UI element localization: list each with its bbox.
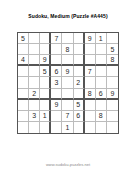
sudoku-cell-r7c3[interactable] <box>40 100 51 111</box>
sudoku-cell-r2c7[interactable] <box>85 44 96 55</box>
sudoku-cell-r2c5[interactable]: 8 <box>62 44 73 55</box>
sudoku-cell-r8c6[interactable]: 6 <box>74 111 85 122</box>
sudoku-cell-r3c7[interactable] <box>85 55 96 66</box>
sudoku-cell-r3c4[interactable] <box>51 55 62 66</box>
sudoku-cell-r3c3[interactable]: 9 <box>40 55 51 66</box>
sudoku-cell-r9c3[interactable] <box>40 122 51 133</box>
sudoku-cell-r3c9[interactable]: 8 <box>107 55 118 66</box>
sudoku-cell-r3c8[interactable] <box>96 55 107 66</box>
sudoku-cell-r9c6[interactable] <box>74 122 85 133</box>
puzzle-title: Sudoku, Medium (Puzzle #A445) <box>0 13 136 19</box>
sudoku-cell-r6c6[interactable] <box>74 89 85 100</box>
sudoku-cell-r6c4[interactable] <box>51 89 62 100</box>
sudoku-cell-r1c2[interactable] <box>29 33 40 44</box>
sudoku-cell-r3c1[interactable]: 4 <box>18 55 29 66</box>
sudoku-cell-r7c4[interactable]: 9 <box>51 100 62 111</box>
sudoku-cell-r9c7[interactable] <box>85 122 96 133</box>
sudoku-cell-r2c2[interactable] <box>29 44 40 55</box>
sudoku-cell-r4c2[interactable] <box>29 66 40 77</box>
sudoku-cell-r2c8[interactable] <box>96 44 107 55</box>
sudoku-cell-r5c3[interactable] <box>40 77 51 88</box>
sudoku-cell-r9c4[interactable] <box>51 122 62 133</box>
sudoku-cell-r9c2[interactable] <box>29 122 40 133</box>
sudoku-cell-r1c9[interactable] <box>107 33 118 44</box>
sudoku-cell-r7c1[interactable] <box>18 100 29 111</box>
sudoku-cell-r4c4[interactable]: 6 <box>51 66 62 77</box>
sudoku-cell-r1c3[interactable] <box>40 33 51 44</box>
sudoku-cell-r8c3[interactable]: 1 <box>40 111 51 122</box>
sudoku-cell-r8c9[interactable] <box>107 111 118 122</box>
sudoku-cell-r7c7[interactable] <box>85 100 96 111</box>
sudoku-cell-r5c6[interactable]: 2 <box>74 77 85 88</box>
sudoku-cell-r8c8[interactable]: 8 <box>96 111 107 122</box>
footer-url: www.sudoku-puzzles.net <box>0 162 136 167</box>
sudoku-cell-r3c5[interactable] <box>62 55 73 66</box>
sudoku-cell-r7c9[interactable] <box>107 100 118 111</box>
sudoku-cell-r1c5[interactable] <box>62 33 73 44</box>
sudoku-cell-r4c9[interactable] <box>107 66 118 77</box>
sudoku-cell-r6c9[interactable]: 9 <box>107 89 118 100</box>
sudoku-board: 579185498569732286995317681 <box>17 32 119 134</box>
sudoku-cell-r2c1[interactable] <box>18 44 29 55</box>
sudoku-cell-r5c4[interactable]: 3 <box>51 77 62 88</box>
sudoku-page: Sudoku, Medium (Puzzle #A445) 5791854985… <box>0 0 136 176</box>
sudoku-cell-r8c5[interactable]: 7 <box>62 111 73 122</box>
sudoku-cell-r2c3[interactable] <box>40 44 51 55</box>
sudoku-cell-r8c7[interactable] <box>85 111 96 122</box>
sudoku-cell-r2c4[interactable] <box>51 44 62 55</box>
sudoku-cell-r5c7[interactable] <box>85 77 96 88</box>
sudoku-cell-r4c1[interactable] <box>18 66 29 77</box>
sudoku-cell-r6c8[interactable]: 6 <box>96 89 107 100</box>
sudoku-cell-r1c8[interactable]: 1 <box>96 33 107 44</box>
sudoku-cell-r7c8[interactable] <box>96 100 107 111</box>
sudoku-cell-r5c2[interactable] <box>29 77 40 88</box>
sudoku-cell-r6c5[interactable] <box>62 89 73 100</box>
sudoku-cell-r6c1[interactable] <box>18 89 29 100</box>
sudoku-cell-r1c4[interactable]: 7 <box>51 33 62 44</box>
sudoku-cell-r5c9[interactable] <box>107 77 118 88</box>
sudoku-cell-r4c8[interactable] <box>96 66 107 77</box>
sudoku-cell-r8c2[interactable]: 3 <box>29 111 40 122</box>
sudoku-cell-r1c1[interactable]: 5 <box>18 33 29 44</box>
sudoku-cell-r4c7[interactable]: 7 <box>85 66 96 77</box>
sudoku-cell-r9c8[interactable] <box>96 122 107 133</box>
sudoku-cell-r2c9[interactable]: 5 <box>107 44 118 55</box>
sudoku-cell-r6c3[interactable] <box>40 89 51 100</box>
sudoku-cell-r5c1[interactable] <box>18 77 29 88</box>
sudoku-cell-r1c6[interactable] <box>74 33 85 44</box>
sudoku-cell-r8c1[interactable] <box>18 111 29 122</box>
sudoku-cell-r4c3[interactable]: 5 <box>40 66 51 77</box>
sudoku-cell-r6c7[interactable]: 8 <box>85 89 96 100</box>
sudoku-cell-r4c5[interactable]: 9 <box>62 66 73 77</box>
sudoku-cell-r5c8[interactable] <box>96 77 107 88</box>
sudoku-cell-r6c2[interactable]: 2 <box>29 89 40 100</box>
sudoku-cell-r7c5[interactable] <box>62 100 73 111</box>
sudoku-cell-r9c1[interactable] <box>18 122 29 133</box>
sudoku-cell-r5c5[interactable] <box>62 77 73 88</box>
sudoku-cell-r4c6[interactable] <box>74 66 85 77</box>
sudoku-cell-r1c7[interactable]: 9 <box>85 33 96 44</box>
sudoku-cell-r3c2[interactable] <box>29 55 40 66</box>
sudoku-cell-r7c6[interactable]: 5 <box>74 100 85 111</box>
sudoku-cell-r8c4[interactable] <box>51 111 62 122</box>
sudoku-cell-r2c6[interactable] <box>74 44 85 55</box>
sudoku-cell-r9c5[interactable]: 1 <box>62 122 73 133</box>
sudoku-cell-r7c2[interactable] <box>29 100 40 111</box>
sudoku-cell-r9c9[interactable] <box>107 122 118 133</box>
sudoku-cell-r3c6[interactable] <box>74 55 85 66</box>
